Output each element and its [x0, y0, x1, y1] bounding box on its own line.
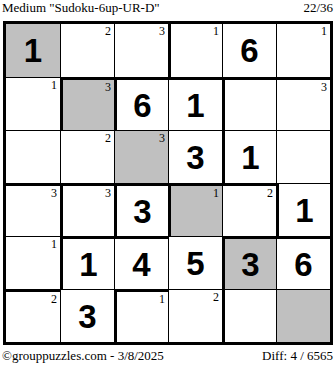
cell-r4c6[interactable]: 1: [276, 183, 330, 236]
cell-r2c3[interactable]: 6: [114, 77, 168, 130]
page-title: Medium "Sudoku-6up-UR-D": [2, 1, 160, 15]
big-digit: 3: [117, 186, 168, 236]
cell-r5c2[interactable]: 1: [60, 236, 114, 289]
cell-r3c2[interactable]: 2: [60, 130, 114, 183]
cell-r1c4[interactable]: 1: [168, 24, 222, 77]
big-digit: 3: [169, 131, 222, 183]
cell-r1c2[interactable]: 2: [60, 24, 114, 77]
cell-r4c2[interactable]: 3: [60, 183, 114, 236]
cell-r4c4[interactable]: 1: [168, 183, 222, 236]
cell-r4c3[interactable]: 3: [114, 183, 168, 236]
cell-r6c2[interactable]: 3: [60, 289, 114, 342]
footer-difficulty: Diff: 4 / 6565: [262, 349, 333, 363]
pencil-mark: 1: [51, 237, 57, 251]
cell-r2c2[interactable]: 3: [60, 77, 114, 130]
big-digit: 5: [169, 237, 222, 289]
big-digit: 1: [6, 24, 60, 77]
pencil-mark: 3: [321, 80, 327, 94]
cell-r2c4[interactable]: 1: [168, 77, 222, 130]
page-header: Medium "Sudoku-6up-UR-D" 22/36: [2, 1, 333, 15]
pencil-mark: 1: [213, 24, 219, 38]
cell-r1c1[interactable]: 1: [6, 24, 60, 77]
cell-r5c4[interactable]: 5: [168, 236, 222, 289]
sudoku-grid: 1231611361323313331211145362312: [3, 21, 333, 345]
big-digit: 3: [225, 239, 276, 289]
pencil-mark: 2: [213, 290, 219, 304]
big-digit: 1: [169, 80, 222, 130]
cell-r6c1[interactable]: 2: [6, 289, 60, 342]
pencil-mark: 2: [51, 292, 57, 306]
pencil-mark: 1: [51, 78, 57, 92]
cell-r2c6[interactable]: 3: [276, 77, 330, 130]
cell-r3c6[interactable]: [276, 130, 330, 183]
cell-r1c5[interactable]: 6: [222, 24, 276, 77]
cell-r5c6[interactable]: 6: [276, 236, 330, 289]
pencil-mark: 1: [159, 292, 165, 306]
cell-r6c5[interactable]: [222, 289, 276, 342]
big-digit: 1: [279, 184, 330, 236]
cell-r5c5[interactable]: 3: [222, 236, 276, 289]
pencil-mark: 2: [267, 186, 273, 200]
cell-r1c6[interactable]: 1: [276, 24, 330, 77]
cell-r3c3[interactable]: 3: [114, 130, 168, 183]
big-digit: 1: [63, 239, 114, 289]
cell-r3c4[interactable]: 3: [168, 130, 222, 183]
cell-r5c1[interactable]: 1: [6, 236, 60, 289]
cell-r4c1[interactable]: 3: [6, 183, 60, 236]
cell-r3c5[interactable]: 1: [222, 130, 276, 183]
cell-r4c5[interactable]: 2: [222, 183, 276, 236]
cell-r6c3[interactable]: 1: [114, 289, 168, 342]
pencil-mark: 1: [213, 186, 219, 200]
big-digit: 6: [223, 24, 276, 77]
cell-r6c4[interactable]: 2: [168, 289, 222, 342]
big-digit: 3: [61, 290, 114, 342]
footer-copyright: ©grouppuzzles.com - 3/8/2025: [2, 349, 164, 363]
pencil-mark: 3: [159, 24, 165, 38]
puzzle-counter: 22/36: [303, 1, 333, 15]
big-digit: 1: [225, 131, 276, 183]
cell-r3c1[interactable]: [6, 130, 60, 183]
pencil-mark: 1: [321, 24, 327, 38]
cell-r5c3[interactable]: 4: [114, 236, 168, 289]
cell-r1c3[interactable]: 3: [114, 24, 168, 77]
pencil-mark: 2: [105, 24, 111, 38]
cell-r2c5[interactable]: [222, 77, 276, 130]
big-digit: 6: [117, 80, 168, 130]
pencil-mark: 3: [159, 131, 165, 145]
pencil-mark: 3: [51, 186, 57, 200]
pencil-mark: 3: [105, 186, 111, 200]
pencil-mark: 3: [105, 80, 111, 94]
page-footer: ©grouppuzzles.com - 3/8/2025 Diff: 4 / 6…: [2, 349, 333, 363]
pencil-mark: 2: [105, 131, 111, 145]
big-digit: 6: [277, 239, 330, 289]
cell-r6c6[interactable]: [276, 289, 330, 342]
big-digit: 4: [115, 239, 168, 289]
cell-r2c1[interactable]: 1: [6, 77, 60, 130]
